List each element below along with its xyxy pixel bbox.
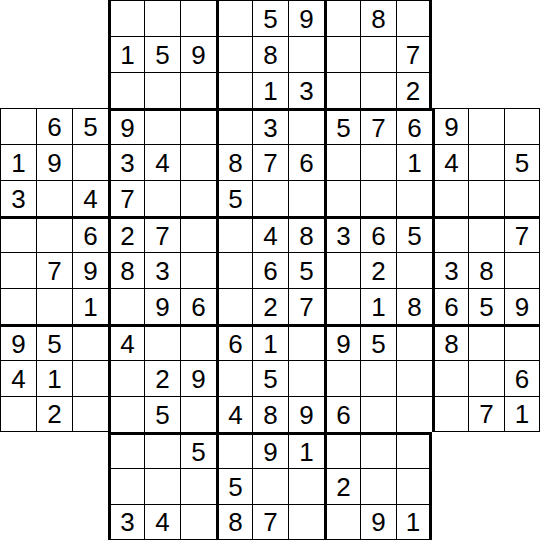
cell-r3c5[interactable] — [144, 72, 180, 108]
cell-r6c7[interactable]: 5 — [216, 180, 252, 216]
cell-r8c10[interactable] — [324, 252, 360, 288]
cell-r11c12[interactable] — [396, 360, 432, 396]
cell-r4c10[interactable]: 5 — [324, 108, 360, 144]
cell-r3c6[interactable] — [180, 72, 216, 108]
cell-r13c10[interactable] — [324, 432, 360, 468]
cell-r3c7[interactable] — [216, 72, 252, 108]
cell-r10c2[interactable]: 5 — [36, 324, 72, 360]
cell-r4c12[interactable]: 6 — [396, 108, 432, 144]
cell-r14c9[interactable] — [288, 468, 324, 504]
cell-r7c1[interactable] — [0, 216, 36, 252]
cell-r12c1[interactable] — [0, 396, 36, 432]
cell-r15c6[interactable] — [180, 504, 216, 540]
cell-r1c7[interactable] — [216, 0, 252, 36]
cell-r6c6[interactable] — [180, 180, 216, 216]
cell-r15c9[interactable] — [288, 504, 324, 540]
cell-r10c10[interactable]: 9 — [324, 324, 360, 360]
cell-r4c6[interactable] — [180, 108, 216, 144]
cell-r7c15[interactable]: 7 — [504, 216, 540, 252]
cell-r4c1[interactable] — [0, 108, 36, 144]
cell-r11c14[interactable] — [468, 360, 504, 396]
cell-r9c4[interactable] — [108, 288, 144, 324]
cell-r12c4[interactable] — [108, 396, 144, 432]
cell-r5c14[interactable] — [468, 144, 504, 180]
cell-r1c11[interactable]: 8 — [360, 0, 396, 36]
cell-r6c4[interactable]: 7 — [108, 180, 144, 216]
cell-r3c11[interactable] — [360, 72, 396, 108]
void-corner-cell — [72, 0, 108, 36]
cell-r11c9[interactable] — [288, 360, 324, 396]
void-corner-cell — [504, 72, 540, 108]
cell-r13c7[interactable] — [216, 432, 252, 468]
cell-r3c4[interactable] — [108, 72, 144, 108]
cell-r11c8[interactable]: 5 — [252, 360, 288, 396]
cell-r12c8[interactable]: 8 — [252, 396, 288, 432]
cell-r12c7[interactable]: 4 — [216, 396, 252, 432]
cell-r11c6[interactable]: 9 — [180, 360, 216, 396]
cell-r14c10[interactable]: 2 — [324, 468, 360, 504]
void-corner-cell — [432, 468, 468, 504]
cell-r5c11[interactable] — [360, 144, 396, 180]
cell-r4c5[interactable] — [144, 108, 180, 144]
cell-r8c1[interactable] — [0, 252, 36, 288]
void-corner-cell — [468, 468, 504, 504]
void-corner-cell — [504, 504, 540, 540]
cell-r15c7[interactable]: 8 — [216, 504, 252, 540]
cell-r2c11[interactable] — [360, 36, 396, 72]
cell-r7c13[interactable] — [432, 216, 468, 252]
cell-r13c12[interactable] — [396, 432, 432, 468]
void-corner-cell — [432, 36, 468, 72]
void-corner-cell — [72, 432, 108, 468]
cell-r6c8[interactable] — [252, 180, 288, 216]
cell-r14c5[interactable] — [144, 468, 180, 504]
void-corner-cell — [36, 36, 72, 72]
cell-r5c2[interactable]: 9 — [36, 144, 72, 180]
cell-r4c13[interactable]: 9 — [432, 108, 468, 144]
cell-r7c7[interactable] — [216, 216, 252, 252]
void-corner-cell — [504, 36, 540, 72]
cell-r12c10[interactable]: 6 — [324, 396, 360, 432]
cell-r8c7[interactable] — [216, 252, 252, 288]
cell-r12c14[interactable]: 7 — [468, 396, 504, 432]
cell-r7c6[interactable] — [180, 216, 216, 252]
cell-r1c8[interactable]: 5 — [252, 0, 288, 36]
cell-r9c3[interactable]: 1 — [72, 288, 108, 324]
cell-r4c9[interactable] — [288, 108, 324, 144]
void-corner-cell — [504, 432, 540, 468]
cell-r14c6[interactable] — [180, 468, 216, 504]
cell-r10c1[interactable]: 9 — [0, 324, 36, 360]
cell-r4c3[interactable]: 5 — [72, 108, 108, 144]
cell-r14c7[interactable]: 5 — [216, 468, 252, 504]
cell-r6c10[interactable] — [324, 180, 360, 216]
cell-r15c8[interactable]: 7 — [252, 504, 288, 540]
void-corner-cell — [72, 468, 108, 504]
cell-r6c3[interactable]: 4 — [72, 180, 108, 216]
cell-r14c12[interactable] — [396, 468, 432, 504]
cell-r13c11[interactable] — [360, 432, 396, 468]
cell-r9c11[interactable]: 1 — [360, 288, 396, 324]
cell-r2c9[interactable] — [288, 36, 324, 72]
void-corner-cell — [36, 72, 72, 108]
cell-r7c8[interactable]: 4 — [252, 216, 288, 252]
cell-r8c14[interactable]: 8 — [468, 252, 504, 288]
cell-r9c10[interactable] — [324, 288, 360, 324]
cell-r15c11[interactable]: 9 — [360, 504, 396, 540]
cell-r12c3[interactable] — [72, 396, 108, 432]
cell-r1c6[interactable] — [180, 0, 216, 36]
cell-r10c13[interactable]: 8 — [432, 324, 468, 360]
void-corner-cell — [36, 0, 72, 36]
cell-r4c14[interactable] — [468, 108, 504, 144]
void-corner-cell — [36, 432, 72, 468]
cell-r15c4[interactable]: 3 — [108, 504, 144, 540]
cell-r12c15[interactable]: 1 — [504, 396, 540, 432]
cell-r11c5[interactable]: 2 — [144, 360, 180, 396]
cell-r14c8[interactable] — [252, 468, 288, 504]
cell-r5c6[interactable] — [180, 144, 216, 180]
void-corner-cell — [468, 36, 504, 72]
cell-r6c13[interactable] — [432, 180, 468, 216]
cell-r8c13[interactable]: 3 — [432, 252, 468, 288]
void-corner-cell — [468, 432, 504, 468]
cell-r10c3[interactable] — [72, 324, 108, 360]
void-corner-cell — [0, 468, 36, 504]
cell-r9c13[interactable]: 6 — [432, 288, 468, 324]
cell-r11c2[interactable]: 1 — [36, 360, 72, 396]
cell-r8c2[interactable]: 7 — [36, 252, 72, 288]
cell-r11c3[interactable] — [72, 360, 108, 396]
cell-r8c11[interactable]: 2 — [360, 252, 396, 288]
cell-r11c1[interactable]: 4 — [0, 360, 36, 396]
cell-r4c11[interactable]: 7 — [360, 108, 396, 144]
cell-r5c1[interactable]: 1 — [0, 144, 36, 180]
cell-r10c8[interactable]: 1 — [252, 324, 288, 360]
sudoku-board: 5981598713265935769193487614534756274836… — [0, 0, 540, 540]
cell-r5c10[interactable] — [324, 144, 360, 180]
cell-r8c3[interactable]: 9 — [72, 252, 108, 288]
void-corner-cell — [432, 432, 468, 468]
void-corner-cell — [72, 36, 108, 72]
cell-r10c12[interactable] — [396, 324, 432, 360]
cell-r8c4[interactable]: 8 — [108, 252, 144, 288]
cell-r9c15[interactable]: 9 — [504, 288, 540, 324]
cell-r15c12[interactable]: 1 — [396, 504, 432, 540]
cell-r13c4[interactable] — [108, 432, 144, 468]
cell-r4c8[interactable]: 3 — [252, 108, 288, 144]
cell-r2c7[interactable] — [216, 36, 252, 72]
cell-r2c6[interactable]: 9 — [180, 36, 216, 72]
cell-r7c9[interactable]: 8 — [288, 216, 324, 252]
cell-r6c12[interactable] — [396, 180, 432, 216]
cell-r11c11[interactable] — [360, 360, 396, 396]
cell-r14c4[interactable] — [108, 468, 144, 504]
cell-r7c10[interactable]: 3 — [324, 216, 360, 252]
cell-r10c11[interactable]: 5 — [360, 324, 396, 360]
void-corner-cell — [72, 504, 108, 540]
cell-r9c9[interactable]: 7 — [288, 288, 324, 324]
cell-r3c10[interactable] — [324, 72, 360, 108]
cell-r7c2[interactable] — [36, 216, 72, 252]
cell-r12c9[interactable]: 9 — [288, 396, 324, 432]
cell-r3c9[interactable]: 3 — [288, 72, 324, 108]
cell-r11c10[interactable] — [324, 360, 360, 396]
cell-r5c7[interactable]: 8 — [216, 144, 252, 180]
void-corner-cell — [0, 72, 36, 108]
cell-r13c6[interactable]: 5 — [180, 432, 216, 468]
cell-r13c9[interactable]: 1 — [288, 432, 324, 468]
cell-r5c3[interactable] — [72, 144, 108, 180]
cell-r9c14[interactable]: 5 — [468, 288, 504, 324]
cell-r1c4[interactable] — [108, 0, 144, 36]
puzzle-page: 5981598713265935769193487614534756274836… — [0, 0, 541, 541]
void-corner-cell — [72, 72, 108, 108]
void-corner-cell — [0, 432, 36, 468]
cell-r14c11[interactable] — [360, 468, 396, 504]
void-corner-cell — [0, 36, 36, 72]
void-corner-cell — [432, 504, 468, 540]
cell-r4c4[interactable]: 9 — [108, 108, 144, 144]
void-corner-cell — [468, 504, 504, 540]
cell-r10c9[interactable] — [288, 324, 324, 360]
cell-r7c14[interactable] — [468, 216, 504, 252]
cell-r8c15[interactable] — [504, 252, 540, 288]
cell-r10c14[interactable] — [468, 324, 504, 360]
cell-r11c7[interactable] — [216, 360, 252, 396]
cell-r2c5[interactable]: 5 — [144, 36, 180, 72]
cell-r5c12[interactable]: 1 — [396, 144, 432, 180]
cell-r8c12[interactable] — [396, 252, 432, 288]
cell-r6c1[interactable]: 3 — [0, 180, 36, 216]
cell-r8c6[interactable] — [180, 252, 216, 288]
cell-r12c6[interactable] — [180, 396, 216, 432]
cell-r10c5[interactable] — [144, 324, 180, 360]
cell-r6c15[interactable] — [504, 180, 540, 216]
cell-r5c15[interactable]: 5 — [504, 144, 540, 180]
cell-r12c13[interactable] — [432, 396, 468, 432]
cell-r11c4[interactable] — [108, 360, 144, 396]
cell-r13c8[interactable]: 9 — [252, 432, 288, 468]
cell-r1c5[interactable] — [144, 0, 180, 36]
cell-r1c9[interactable]: 9 — [288, 0, 324, 36]
cell-r7c5[interactable]: 7 — [144, 216, 180, 252]
cell-r6c11[interactable] — [360, 180, 396, 216]
cell-r1c12[interactable] — [396, 0, 432, 36]
void-corner-cell — [468, 72, 504, 108]
cell-r7c12[interactable]: 5 — [396, 216, 432, 252]
cell-r8c9[interactable]: 5 — [288, 252, 324, 288]
cell-r7c3[interactable]: 6 — [72, 216, 108, 252]
void-corner-cell — [432, 0, 468, 36]
cell-r10c15[interactable] — [504, 324, 540, 360]
cell-r13c5[interactable] — [144, 432, 180, 468]
cell-r15c10[interactable] — [324, 504, 360, 540]
void-corner-cell — [468, 0, 504, 36]
void-corner-cell — [432, 72, 468, 108]
cell-r11c13[interactable] — [432, 360, 468, 396]
cell-r6c2[interactable] — [36, 180, 72, 216]
cell-r3c8[interactable]: 1 — [252, 72, 288, 108]
cell-r1c10[interactable] — [324, 0, 360, 36]
cell-r5c4[interactable]: 3 — [108, 144, 144, 180]
cell-r15c5[interactable]: 4 — [144, 504, 180, 540]
cell-r8c8[interactable]: 6 — [252, 252, 288, 288]
cell-r5c8[interactable]: 7 — [252, 144, 288, 180]
cell-r9c5[interactable]: 9 — [144, 288, 180, 324]
void-corner-cell — [36, 504, 72, 540]
cell-r10c6[interactable] — [180, 324, 216, 360]
cell-r2c10[interactable] — [324, 36, 360, 72]
cell-r11c15[interactable]: 6 — [504, 360, 540, 396]
cell-r6c9[interactable] — [288, 180, 324, 216]
cell-r9c8[interactable]: 2 — [252, 288, 288, 324]
cell-r2c8[interactable]: 8 — [252, 36, 288, 72]
cell-r3c12[interactable]: 2 — [396, 72, 432, 108]
cell-r7c4[interactable]: 2 — [108, 216, 144, 252]
cell-r2c4[interactable]: 1 — [108, 36, 144, 72]
cell-r6c5[interactable] — [144, 180, 180, 216]
cell-r12c11[interactable] — [360, 396, 396, 432]
void-corner-cell — [36, 468, 72, 504]
cell-r10c7[interactable]: 6 — [216, 324, 252, 360]
cell-r12c12[interactable] — [396, 396, 432, 432]
cell-r5c5[interactable]: 4 — [144, 144, 180, 180]
cell-r12c2[interactable]: 2 — [36, 396, 72, 432]
void-corner-cell — [0, 504, 36, 540]
cell-r7c11[interactable]: 6 — [360, 216, 396, 252]
void-corner-cell — [0, 0, 36, 36]
void-corner-cell — [504, 0, 540, 36]
cell-r4c15[interactable] — [504, 108, 540, 144]
cell-r9c7[interactable] — [216, 288, 252, 324]
cell-r9c12[interactable]: 8 — [396, 288, 432, 324]
cell-r4c7[interactable] — [216, 108, 252, 144]
cell-r4c2[interactable]: 6 — [36, 108, 72, 144]
cell-r8c5[interactable]: 3 — [144, 252, 180, 288]
void-corner-cell — [504, 468, 540, 504]
cell-r9c1[interactable] — [0, 288, 36, 324]
cell-r12c5[interactable]: 5 — [144, 396, 180, 432]
cell-r6c14[interactable] — [468, 180, 504, 216]
cell-r9c2[interactable] — [36, 288, 72, 324]
cell-r10c4[interactable]: 4 — [108, 324, 144, 360]
cell-r9c6[interactable]: 6 — [180, 288, 216, 324]
cell-r2c12[interactable]: 7 — [396, 36, 432, 72]
cell-r5c13[interactable]: 4 — [432, 144, 468, 180]
cell-r5c9[interactable]: 6 — [288, 144, 324, 180]
